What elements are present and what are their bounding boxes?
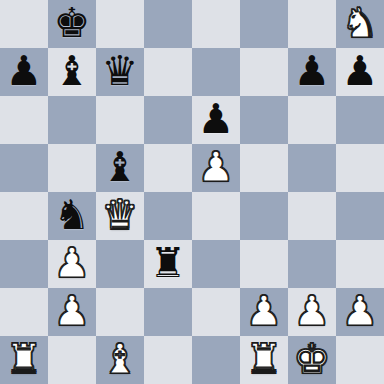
square-a3[interactable] bbox=[0, 240, 48, 288]
square-b5[interactable] bbox=[48, 144, 96, 192]
piece-black-rook[interactable]: ♜ bbox=[150, 239, 187, 287]
square-c8[interactable] bbox=[96, 0, 144, 48]
square-d6[interactable] bbox=[144, 96, 192, 144]
piece-black-bishop[interactable]: ♝ bbox=[54, 47, 91, 95]
square-c1[interactable]: ♝ bbox=[96, 336, 144, 384]
piece-white-king[interactable]: ♚ bbox=[294, 335, 331, 383]
square-f1[interactable]: ♜ bbox=[240, 336, 288, 384]
square-d1[interactable] bbox=[144, 336, 192, 384]
square-b2[interactable]: ♟ bbox=[48, 288, 96, 336]
piece-white-pawn[interactable]: ♟ bbox=[342, 287, 379, 335]
piece-white-pawn[interactable]: ♟ bbox=[246, 287, 283, 335]
piece-black-bishop[interactable]: ♝ bbox=[102, 143, 139, 191]
square-h5[interactable] bbox=[336, 144, 384, 192]
square-f2[interactable]: ♟ bbox=[240, 288, 288, 336]
square-b1[interactable] bbox=[48, 336, 96, 384]
square-h1[interactable] bbox=[336, 336, 384, 384]
square-e2[interactable] bbox=[192, 288, 240, 336]
square-f5[interactable] bbox=[240, 144, 288, 192]
square-g3[interactable] bbox=[288, 240, 336, 288]
square-c2[interactable] bbox=[96, 288, 144, 336]
square-e4[interactable] bbox=[192, 192, 240, 240]
square-b8[interactable]: ♚ bbox=[48, 0, 96, 48]
piece-black-pawn[interactable]: ♟ bbox=[198, 95, 235, 143]
piece-black-king[interactable]: ♚ bbox=[54, 0, 91, 47]
piece-white-pawn[interactable]: ♟ bbox=[198, 143, 235, 191]
square-e6[interactable]: ♟ bbox=[192, 96, 240, 144]
piece-black-knight[interactable]: ♞ bbox=[54, 191, 91, 239]
chess-board: ♚♞♟♝♛♟♟♟♝♟♞♛♟♜♟♟♟♟♜♝♜♚ bbox=[0, 0, 384, 384]
square-e1[interactable] bbox=[192, 336, 240, 384]
piece-black-queen[interactable]: ♛ bbox=[102, 47, 139, 95]
square-d7[interactable] bbox=[144, 48, 192, 96]
square-a2[interactable] bbox=[0, 288, 48, 336]
piece-white-queen[interactable]: ♛ bbox=[102, 191, 139, 239]
piece-white-bishop[interactable]: ♝ bbox=[102, 335, 139, 383]
square-b4[interactable]: ♞ bbox=[48, 192, 96, 240]
square-g4[interactable] bbox=[288, 192, 336, 240]
square-e5[interactable]: ♟ bbox=[192, 144, 240, 192]
square-c5[interactable]: ♝ bbox=[96, 144, 144, 192]
square-d2[interactable] bbox=[144, 288, 192, 336]
square-d5[interactable] bbox=[144, 144, 192, 192]
square-e8[interactable] bbox=[192, 0, 240, 48]
square-a8[interactable] bbox=[0, 0, 48, 48]
square-a7[interactable]: ♟ bbox=[0, 48, 48, 96]
square-c3[interactable] bbox=[96, 240, 144, 288]
square-e7[interactable] bbox=[192, 48, 240, 96]
piece-white-rook[interactable]: ♜ bbox=[246, 335, 283, 383]
square-h3[interactable] bbox=[336, 240, 384, 288]
square-h8[interactable]: ♞ bbox=[336, 0, 384, 48]
square-b7[interactable]: ♝ bbox=[48, 48, 96, 96]
square-c6[interactable] bbox=[96, 96, 144, 144]
piece-white-pawn[interactable]: ♟ bbox=[54, 287, 91, 335]
square-a1[interactable]: ♜ bbox=[0, 336, 48, 384]
square-g5[interactable] bbox=[288, 144, 336, 192]
square-h7[interactable]: ♟ bbox=[336, 48, 384, 96]
square-h4[interactable] bbox=[336, 192, 384, 240]
square-d3[interactable]: ♜ bbox=[144, 240, 192, 288]
square-a5[interactable] bbox=[0, 144, 48, 192]
square-h2[interactable]: ♟ bbox=[336, 288, 384, 336]
square-f6[interactable] bbox=[240, 96, 288, 144]
square-f4[interactable] bbox=[240, 192, 288, 240]
square-e3[interactable] bbox=[192, 240, 240, 288]
piece-white-pawn[interactable]: ♟ bbox=[294, 287, 331, 335]
square-h6[interactable] bbox=[336, 96, 384, 144]
piece-white-pawn[interactable]: ♟ bbox=[54, 239, 91, 287]
square-d8[interactable] bbox=[144, 0, 192, 48]
square-g8[interactable] bbox=[288, 0, 336, 48]
piece-black-pawn[interactable]: ♟ bbox=[6, 47, 43, 95]
square-a6[interactable] bbox=[0, 96, 48, 144]
piece-white-knight[interactable]: ♞ bbox=[342, 0, 379, 47]
piece-black-pawn[interactable]: ♟ bbox=[294, 47, 331, 95]
square-g7[interactable]: ♟ bbox=[288, 48, 336, 96]
piece-white-rook[interactable]: ♜ bbox=[6, 335, 43, 383]
square-b6[interactable] bbox=[48, 96, 96, 144]
square-g2[interactable]: ♟ bbox=[288, 288, 336, 336]
square-c4[interactable]: ♛ bbox=[96, 192, 144, 240]
piece-black-pawn[interactable]: ♟ bbox=[342, 47, 379, 95]
square-c7[interactable]: ♛ bbox=[96, 48, 144, 96]
square-d4[interactable] bbox=[144, 192, 192, 240]
square-g1[interactable]: ♚ bbox=[288, 336, 336, 384]
square-b3[interactable]: ♟ bbox=[48, 240, 96, 288]
square-a4[interactable] bbox=[0, 192, 48, 240]
square-g6[interactable] bbox=[288, 96, 336, 144]
square-f7[interactable] bbox=[240, 48, 288, 96]
square-f8[interactable] bbox=[240, 0, 288, 48]
square-f3[interactable] bbox=[240, 240, 288, 288]
